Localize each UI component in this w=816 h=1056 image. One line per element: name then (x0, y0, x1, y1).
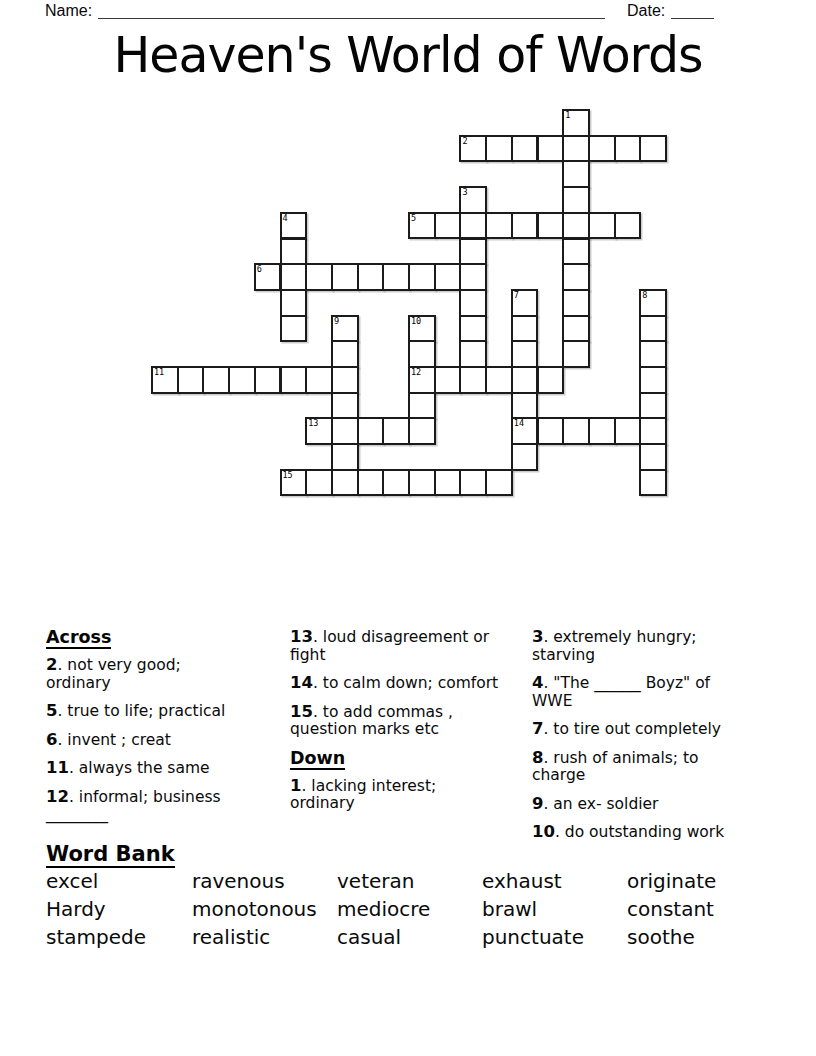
grid-cell-r4c10[interactable]: 5 (408, 212, 436, 240)
clue-1-down: 1. lacking interest; ordinary (290, 777, 527, 813)
clue-11-across: 11. always the same (46, 759, 283, 778)
clue-15-number: 15 (290, 702, 313, 721)
grid-cell-r0c16[interactable]: 1 (562, 109, 590, 137)
grid-cell-r6c10[interactable] (408, 263, 436, 291)
word-bank-word-punctuate: punctuate (482, 927, 627, 948)
grid-cell-r10c2[interactable] (202, 366, 230, 394)
grid-cell-r8c7[interactable]: 9 (331, 315, 359, 343)
grid-cell-r4c13[interactable] (485, 212, 513, 240)
grid-cell-r11c7[interactable] (331, 392, 359, 420)
clue-3-number: 3 (532, 627, 543, 646)
clue-6-number: 6 (46, 730, 57, 749)
word-bank-word-hardy: Hardy (46, 899, 192, 920)
clues-column-1: Across 2. not very good; ordinary5. true… (46, 628, 283, 834)
grid-cell-r14c10[interactable] (408, 469, 436, 497)
grid-cell-r12c7[interactable] (331, 417, 359, 445)
clue-number-14: 14 (514, 418, 524, 428)
grid-cell-r12c15[interactable] (537, 417, 565, 445)
clue-8-down: 8. rush of animals; to charge (532, 749, 769, 785)
clue-12-across: 12. informal; business ________ (46, 788, 283, 824)
grid-cell-r6c12[interactable] (459, 263, 487, 291)
grid-cell-r1c14[interactable] (511, 135, 539, 163)
grid-cell-r9c7[interactable] (331, 340, 359, 368)
grid-cell-r7c14[interactable]: 7 (511, 289, 539, 317)
date-label: Date: (627, 2, 665, 20)
clue-number-13: 13 (308, 418, 318, 428)
clue-2-across: 2. not very good; ordinary (46, 656, 283, 692)
grid-cell-r12c14[interactable]: 14 (511, 417, 539, 445)
grid-cell-r14c12[interactable] (459, 469, 487, 497)
clue-10-number: 10 (532, 822, 555, 841)
clue-number-9: 9 (334, 316, 339, 326)
clue-14-across: 14. to calm down; comfort (290, 674, 527, 693)
grid-cell-r4c14[interactable] (511, 212, 539, 240)
word-bank-word-exhaust: exhaust (482, 871, 627, 892)
down-heading: Down (290, 749, 345, 770)
word-bank-word-monotonous: monotonous (192, 899, 337, 920)
grid-cell-r14c13[interactable] (485, 469, 513, 497)
clue-10-down: 10. do outstanding work (532, 823, 769, 842)
grid-cell-r4c17[interactable] (588, 212, 616, 240)
clue-11-number: 11 (46, 758, 69, 777)
word-bank-word-casual: casual (337, 927, 482, 948)
grid-cell-r4c12[interactable] (459, 212, 487, 240)
grid-cell-r4c11[interactable] (434, 212, 462, 240)
grid-cell-r12c10[interactable] (408, 417, 436, 445)
grid-cell-r11c10[interactable] (408, 392, 436, 420)
grid-cell-r10c6[interactable] (305, 366, 333, 394)
grid-cell-r5c16[interactable] (562, 238, 590, 266)
grid-cell-r13c19[interactable] (639, 443, 667, 471)
crossword-worksheet-page: Name: Date: Heaven's World of Words 1234… (0, 0, 816, 1056)
grid-cell-r4c15[interactable] (537, 212, 565, 240)
grid-cell-r6c16[interactable] (562, 263, 590, 291)
clue-7-down: 7. to tire out completely (532, 720, 769, 739)
clue-6-across: 6. invent ; creat (46, 731, 283, 750)
grid-cell-r10c4[interactable] (254, 366, 282, 394)
date-input-line[interactable] (671, 2, 714, 19)
grid-cell-r7c12[interactable] (459, 289, 487, 317)
grid-cell-r1c19[interactable] (639, 135, 667, 163)
grid-cell-r9c10[interactable] (408, 340, 436, 368)
grid-cell-r6c8[interactable] (357, 263, 385, 291)
grid-cell-r7c19[interactable]: 8 (639, 289, 667, 317)
grid-cell-r10c0[interactable]: 11 (151, 366, 179, 394)
clue-9-number: 9 (532, 794, 543, 813)
grid-cell-r14c19[interactable] (639, 469, 667, 497)
grid-cell-r10c7[interactable] (331, 366, 359, 394)
grid-cell-r1c18[interactable] (614, 135, 642, 163)
clue-1-number: 1 (290, 776, 301, 795)
clue-number-7: 7 (514, 290, 519, 300)
word-bank-word-constant: constant (627, 899, 770, 920)
clue-3-down: 3. extremely hungry; starving (532, 628, 769, 664)
word-bank-word-excel: excel (46, 871, 192, 892)
grid-cell-r10c3[interactable] (228, 366, 256, 394)
clue-8-number: 8 (532, 748, 543, 767)
word-bank-word-veteran: veteran (337, 871, 482, 892)
clue-number-10: 10 (411, 316, 421, 326)
grid-cell-r9c14[interactable] (511, 340, 539, 368)
grid-cell-r12c6[interactable]: 13 (305, 417, 333, 445)
word-bank-word-originate: originate (627, 871, 770, 892)
clue-14-number: 14 (290, 673, 313, 692)
clue-number-11: 11 (154, 367, 164, 377)
grid-cell-r2c16[interactable] (562, 160, 590, 188)
clue-5-number: 5 (46, 701, 57, 720)
name-label: Name: (45, 2, 92, 20)
grid-cell-r10c10[interactable]: 12 (408, 366, 436, 394)
grid-cell-r8c5[interactable] (280, 315, 308, 343)
grid-cell-r6c5[interactable] (280, 263, 308, 291)
grid-cell-r5c12[interactable] (459, 238, 487, 266)
grid-cell-r10c19[interactable] (639, 366, 667, 394)
clue-5-across: 5. true to life; practical (46, 702, 283, 721)
word-bank-word-ravenous: ravenous (192, 871, 337, 892)
grid-cell-r3c16[interactable] (562, 186, 590, 214)
word-bank-word-soothe: soothe (627, 927, 770, 948)
grid-cell-r8c10[interactable]: 10 (408, 315, 436, 343)
grid-cell-r11c19[interactable] (639, 392, 667, 420)
clues-column-2: 13. loud disagreement or fight14. to cal… (290, 628, 527, 823)
grid-cell-r10c13[interactable] (485, 366, 513, 394)
grid-cell-r12c16[interactable] (562, 417, 590, 445)
crossword-grid: 123456789101112131415 (152, 110, 670, 499)
clue-15-across: 15. to add commas , question marks etc (290, 703, 527, 739)
word-bank-word-brawl: brawl (482, 899, 627, 920)
word-bank-heading: Word Bank (46, 842, 175, 868)
grid-cell-r4c16[interactable] (562, 212, 590, 240)
clue-number-12: 12 (411, 367, 421, 377)
grid-cell-r1c16[interactable] (562, 135, 590, 163)
grid-cell-r6c7[interactable] (331, 263, 359, 291)
name-input-line[interactable] (98, 2, 605, 19)
across-heading: Across (46, 628, 111, 649)
clue-number-8: 8 (642, 290, 647, 300)
grid-cell-r14c11[interactable] (434, 469, 462, 497)
grid-cell-r10c14[interactable] (511, 366, 539, 394)
clues-column-3: 3. extremely hungry; starving4. "The ___… (532, 628, 769, 852)
word-bank-word-realistic: realistic (192, 927, 337, 948)
clue-12-number: 12 (46, 787, 69, 806)
word-bank-word-mediocre: mediocre (337, 899, 482, 920)
grid-cell-r8c19[interactable] (639, 315, 667, 343)
grid-cell-r1c12[interactable]: 2 (459, 135, 487, 163)
word-bank-word-stampede: stampede (46, 927, 192, 948)
clue-number-5: 5 (411, 213, 416, 223)
grid-cell-r1c15[interactable] (537, 135, 565, 163)
grid-cell-r8c12[interactable] (459, 315, 487, 343)
grid-cell-r13c14[interactable] (511, 443, 539, 471)
grid-cell-r14c6[interactable] (305, 469, 333, 497)
grid-cell-r4c18[interactable] (614, 212, 642, 240)
grid-cell-r10c15[interactable] (537, 366, 565, 394)
clue-number-2: 2 (462, 136, 467, 146)
grid-cell-r13c7[interactable] (331, 443, 359, 471)
clue-number-4: 4 (283, 213, 288, 223)
grid-cell-r8c14[interactable] (511, 315, 539, 343)
clue-13-across: 13. loud disagreement or fight (290, 628, 527, 664)
clue-7-number: 7 (532, 719, 543, 738)
grid-cell-r12c9[interactable] (382, 417, 410, 445)
grid-cell-r1c13[interactable] (485, 135, 513, 163)
grid-cell-r5c5[interactable] (280, 238, 308, 266)
grid-cell-r12c8[interactable] (357, 417, 385, 445)
grid-cell-r1c17[interactable] (588, 135, 616, 163)
grid-cell-r6c4[interactable]: 6 (254, 263, 282, 291)
clue-13-number: 13 (290, 627, 313, 646)
grid-cell-r12c19[interactable] (639, 417, 667, 445)
grid-cell-r14c9[interactable] (382, 469, 410, 497)
clue-2-number: 2 (46, 655, 57, 674)
clue-number-15: 15 (283, 470, 293, 480)
clue-number-1: 1 (565, 110, 570, 120)
clue-4-number: 4 (532, 673, 543, 692)
grid-cell-r6c9[interactable] (382, 263, 410, 291)
grid-cell-r11c14[interactable] (511, 392, 539, 420)
grid-cell-r12c18[interactable] (614, 417, 642, 445)
puzzle-title: Heaven's World of Words (0, 26, 816, 86)
grid-cell-r3c12[interactable]: 3 (459, 186, 487, 214)
grid-cell-r14c5[interactable]: 15 (280, 469, 308, 497)
grid-cell-r10c12[interactable] (459, 366, 487, 394)
grid-cell-r14c7[interactable] (331, 469, 359, 497)
clue-number-6: 6 (257, 264, 262, 274)
grid-cell-r12c17[interactable] (588, 417, 616, 445)
grid-cell-r4c5[interactable]: 4 (280, 212, 308, 240)
grid-cell-r9c19[interactable] (639, 340, 667, 368)
grid-cell-r14c8[interactable] (357, 469, 385, 497)
clue-4-down: 4. "The ______ Boyz" of WWE (532, 674, 769, 710)
clue-number-3: 3 (462, 187, 467, 197)
grid-cell-r6c11[interactable] (434, 263, 462, 291)
grid-cell-r9c16[interactable] (562, 340, 590, 368)
grid-cell-r7c16[interactable] (562, 289, 590, 317)
grid-cell-r10c11[interactable] (434, 366, 462, 394)
grid-cell-r10c5[interactable] (280, 366, 308, 394)
grid-cell-r9c12[interactable] (459, 340, 487, 368)
clue-9-down: 9. an ex- soldier (532, 795, 769, 814)
grid-cell-r10c1[interactable] (177, 366, 205, 394)
word-bank-list: excelravenousveteranexhaustoriginateHard… (46, 871, 770, 948)
grid-cell-r8c16[interactable] (562, 315, 590, 343)
grid-cell-r7c5[interactable] (280, 289, 308, 317)
grid-cell-r6c6[interactable] (305, 263, 333, 291)
